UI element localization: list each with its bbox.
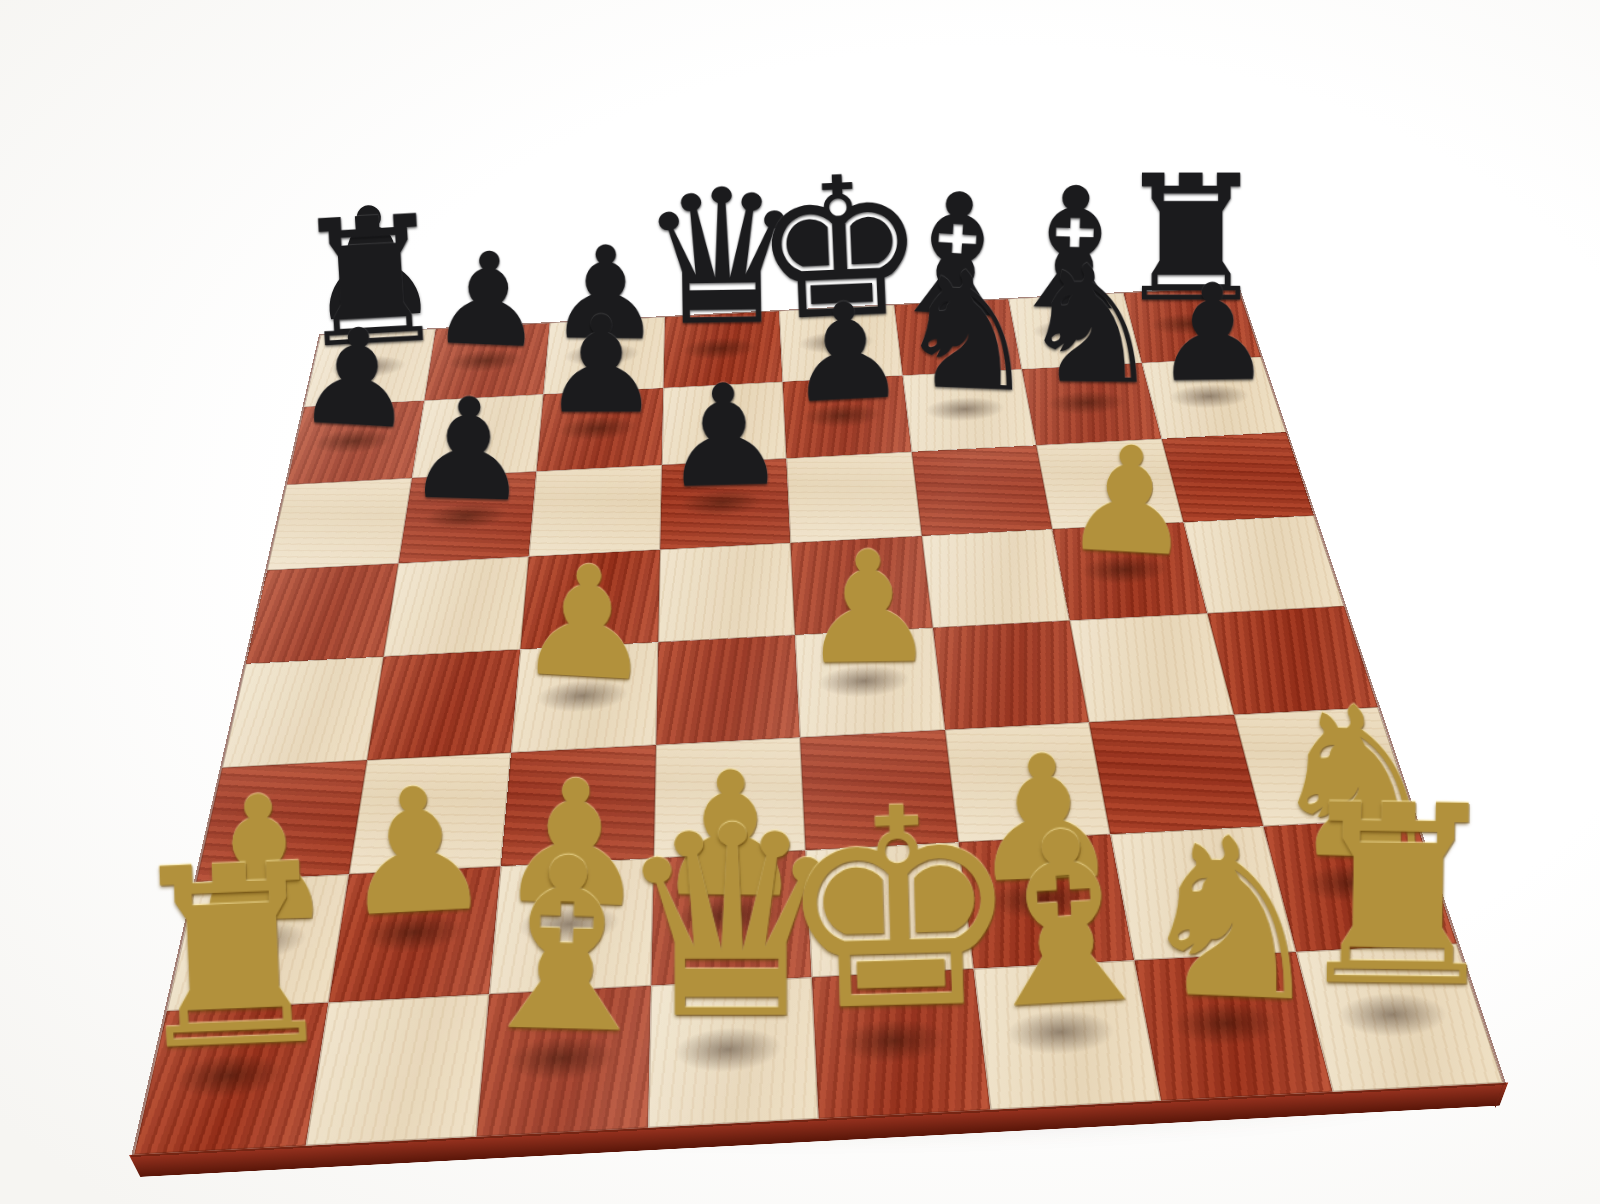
square-h1[interactable]: ♜ xyxy=(1295,943,1503,1092)
square-e4[interactable]: ♟ xyxy=(795,628,944,737)
piece-black-knight knight-icon[interactable]: ♞ xyxy=(1018,244,1163,406)
piece-gold-rook rook-icon[interactable]: ♜ xyxy=(1287,773,1509,1020)
square-c7[interactable]: ♟ xyxy=(398,472,536,564)
square-d5[interactable] xyxy=(658,543,795,643)
square-h8[interactable]: ♜ xyxy=(134,1002,328,1155)
piece-black-pawn pawn-icon[interactable]: ♟ xyxy=(786,285,906,419)
square-e8[interactable] xyxy=(222,657,383,768)
square-b6[interactable]: ♟ xyxy=(536,388,663,472)
piece-black-pawn pawn-icon[interactable]: ♟ xyxy=(406,380,531,520)
square-d1[interactable] xyxy=(1183,515,1344,613)
square-b8[interactable]: ♟ xyxy=(287,400,424,484)
piece-gold-pawn pawn-icon[interactable]: ♟ xyxy=(799,531,937,685)
piece-black-pawn pawn-icon[interactable]: ♟ xyxy=(1153,266,1273,400)
piece-black-pawn pawn-icon[interactable]: ♟ xyxy=(430,236,545,364)
piece-gold-pawn pawn-icon[interactable]: ♟ xyxy=(517,546,655,700)
square-e7[interactable] xyxy=(367,649,521,759)
square-d3[interactable] xyxy=(921,529,1069,628)
piece-gold-pawn pawn-icon[interactable]: ♟ xyxy=(1063,427,1194,574)
piece-black-pawn pawn-icon[interactable]: ♟ xyxy=(662,366,787,506)
board: ♜♟♟♛♚♝♝♜♟♟♟♞♞♟♟♟♟♟♟♟♟♟♟♟♞♜♝♛♚♝♞♜ xyxy=(134,287,1503,1155)
square-e5[interactable] xyxy=(656,635,800,745)
square-c5[interactable]: ♟ xyxy=(660,458,791,549)
square-e3[interactable] xyxy=(932,621,1089,730)
scene: ♟ ♜♟♟♛♚♝♝♜♟♟♟♞♞♟♟♟♟♟♟♟♟♟♟♟♞♜♝♛♚♝♞♜ xyxy=(0,0,1600,1204)
square-d8[interactable] xyxy=(246,563,398,664)
square-b3[interactable]: ♞ xyxy=(902,369,1036,452)
square-e2[interactable] xyxy=(1070,613,1234,722)
square-e6[interactable]: ♟ xyxy=(511,642,658,752)
piece-gold-rook rook-icon[interactable]: ♜ xyxy=(122,835,344,1082)
square-d7[interactable] xyxy=(383,556,529,656)
square-c8[interactable] xyxy=(267,478,411,570)
board-3d: ♜♟♟♛♚♝♝♜♟♟♟♞♞♟♟♟♟♟♟♟♟♟♟♟♞♜♝♛♚♝♞♜ xyxy=(134,287,1503,1155)
square-d2[interactable]: ♟ xyxy=(1052,522,1207,621)
piece-black-pawn pawn-icon[interactable]: ♟ xyxy=(541,298,661,432)
piece-black-pawn pawn-icon[interactable]: ♟ xyxy=(296,311,416,445)
